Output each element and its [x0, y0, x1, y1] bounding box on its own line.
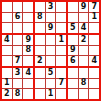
- cell-r9c2[interactable]: 8: [13, 89, 23, 99]
- cell-r8c4[interactable]: [35, 79, 45, 89]
- cell-r1c9[interactable]: 7: [89, 2, 99, 12]
- cell-r9c5[interactable]: 1: [46, 89, 56, 99]
- box-7: 34128: [2, 68, 33, 99]
- cell-r4c7[interactable]: [68, 35, 78, 45]
- cell-r9c4[interactable]: [35, 89, 45, 99]
- cell-r4c3[interactable]: 9: [23, 35, 33, 45]
- sudoku-board: 6389971544987122964341285718: [0, 0, 101, 101]
- cell-r7c9[interactable]: [89, 68, 99, 78]
- cell-r6c1[interactable]: [2, 56, 12, 66]
- cell-r1c6[interactable]: [56, 2, 66, 12]
- box-2: 389: [35, 2, 66, 33]
- cell-r5c3[interactable]: 8: [23, 46, 33, 56]
- cell-r8c5[interactable]: [46, 79, 56, 89]
- cell-r5c5[interactable]: [46, 46, 56, 56]
- cell-r2c8[interactable]: [79, 13, 89, 23]
- cell-r8c2[interactable]: [13, 79, 23, 89]
- cell-r4c2[interactable]: [13, 35, 23, 45]
- cell-r5c2[interactable]: [13, 46, 23, 56]
- cell-r4c6[interactable]: 1: [56, 35, 66, 45]
- cell-r7c7[interactable]: [68, 68, 78, 78]
- cell-r6c8[interactable]: [79, 56, 89, 66]
- cell-r1c4[interactable]: [35, 2, 45, 12]
- cell-r2c2[interactable]: 6: [13, 13, 23, 23]
- cell-r6c6[interactable]: [56, 56, 66, 66]
- cell-r7c2[interactable]: 3: [13, 68, 23, 78]
- cell-r3c8[interactable]: 4: [79, 23, 89, 33]
- cell-r6c4[interactable]: 2: [35, 56, 45, 66]
- cell-r2c4[interactable]: 8: [35, 13, 45, 23]
- cell-r5c7[interactable]: 9: [68, 46, 78, 56]
- cell-r7c5[interactable]: 5: [46, 68, 56, 78]
- cell-r4c1[interactable]: 4: [2, 35, 12, 45]
- cell-r7c4[interactable]: [35, 68, 45, 78]
- cell-r1c2[interactable]: [13, 2, 23, 12]
- cell-r3c6[interactable]: [56, 23, 66, 33]
- box-5: 12: [35, 35, 66, 66]
- cell-r9c7[interactable]: [68, 89, 78, 99]
- box-8: 571: [35, 68, 66, 99]
- cell-r4c4[interactable]: [35, 35, 45, 45]
- cell-r3c5[interactable]: 9: [46, 23, 56, 33]
- cell-r1c7[interactable]: [68, 2, 78, 12]
- cell-r2c9[interactable]: 1: [89, 13, 99, 23]
- cell-r8c7[interactable]: [68, 79, 78, 89]
- cell-r1c8[interactable]: 9: [79, 2, 89, 12]
- cell-r9c1[interactable]: 2: [2, 89, 12, 99]
- cell-r9c8[interactable]: [79, 89, 89, 99]
- cell-r8c6[interactable]: 7: [56, 79, 66, 89]
- cell-r6c5[interactable]: [46, 56, 56, 66]
- cell-r2c5[interactable]: [46, 13, 56, 23]
- cell-r9c3[interactable]: [23, 89, 33, 99]
- cell-r3c2[interactable]: [13, 23, 23, 33]
- cell-r8c8[interactable]: 8: [79, 79, 89, 89]
- cell-r2c1[interactable]: [2, 13, 12, 23]
- cell-r4c8[interactable]: 2: [79, 35, 89, 45]
- cell-r9c9[interactable]: [89, 89, 99, 99]
- cell-r3c7[interactable]: 5: [68, 23, 78, 33]
- cell-r6c2[interactable]: 7: [13, 56, 23, 66]
- cell-r5c6[interactable]: [56, 46, 66, 56]
- cell-r5c9[interactable]: [89, 46, 99, 56]
- cell-r4c5[interactable]: [46, 35, 56, 45]
- cell-r5c8[interactable]: [79, 46, 89, 56]
- cell-r3c9[interactable]: [89, 23, 99, 33]
- box-9: 8: [68, 68, 99, 99]
- cell-r8c9[interactable]: [89, 79, 99, 89]
- cell-r4c9[interactable]: [89, 35, 99, 45]
- cell-r7c8[interactable]: [79, 68, 89, 78]
- cell-r7c3[interactable]: 4: [23, 68, 33, 78]
- cell-r3c1[interactable]: [2, 23, 12, 33]
- box-6: 2964: [68, 35, 99, 66]
- cell-r6c9[interactable]: 4: [89, 56, 99, 66]
- box-4: 4987: [2, 35, 33, 66]
- cell-r9c6[interactable]: [56, 89, 66, 99]
- cell-r3c4[interactable]: [35, 23, 45, 33]
- cell-r8c3[interactable]: [23, 79, 33, 89]
- cell-r5c4[interactable]: [35, 46, 45, 56]
- cell-r2c3[interactable]: [23, 13, 33, 23]
- cell-r2c6[interactable]: [56, 13, 66, 23]
- cell-r1c5[interactable]: 3: [46, 2, 56, 12]
- cell-r1c1[interactable]: [2, 2, 12, 12]
- cell-r3c3[interactable]: [23, 23, 33, 33]
- cell-r6c3[interactable]: [23, 56, 33, 66]
- box-1: 6: [2, 2, 33, 33]
- box-3: 97154: [68, 2, 99, 33]
- cell-r8c1[interactable]: 1: [2, 79, 12, 89]
- cell-r1c3[interactable]: [23, 2, 33, 12]
- cell-r5c1[interactable]: [2, 46, 12, 56]
- cell-r6c7[interactable]: 6: [68, 56, 78, 66]
- cell-r2c7[interactable]: [68, 13, 78, 23]
- cell-r7c6[interactable]: [56, 68, 66, 78]
- cell-r7c1[interactable]: [2, 68, 12, 78]
